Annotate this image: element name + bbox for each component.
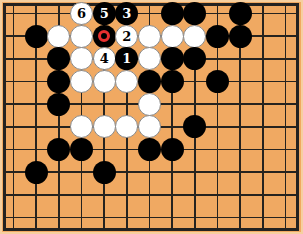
black-stone: [229, 25, 252, 48]
move-number-label: 1: [115, 47, 138, 70]
black-stone: 5: [93, 2, 116, 25]
white-stone: [70, 70, 93, 93]
white-stone: 4: [93, 47, 116, 70]
move-number-label: 5: [93, 2, 116, 25]
white-stone: [138, 93, 161, 116]
black-stone: [70, 138, 93, 161]
go-board-diagram: 653241: [0, 0, 303, 234]
black-stone: [161, 138, 184, 161]
black-stone: [138, 70, 161, 93]
white-stone: [115, 70, 138, 93]
black-stone: [47, 47, 70, 70]
black-stone: [183, 115, 206, 138]
move-number-label: 4: [94, 48, 115, 69]
black-stone: [25, 161, 48, 184]
move-number-label: 3: [115, 2, 138, 25]
white-stone: [70, 25, 93, 48]
black-stone: [183, 47, 206, 70]
black-stone: [206, 70, 229, 93]
white-stone: [115, 115, 138, 138]
black-stone: [47, 93, 70, 116]
white-stone: [93, 70, 116, 93]
move-number-label: 6: [71, 3, 92, 24]
black-stone: [161, 47, 184, 70]
white-stone: [138, 47, 161, 70]
black-stone: [25, 25, 48, 48]
black-stone: [183, 2, 206, 25]
white-stone: [70, 115, 93, 138]
black-stone: [229, 2, 252, 25]
black-stone: 1: [115, 47, 138, 70]
black-stone: [47, 138, 70, 161]
black-stone: [161, 2, 184, 25]
red-circle-marker: [98, 30, 110, 42]
white-stone: [93, 115, 116, 138]
black-stone: [206, 25, 229, 48]
white-stone: [70, 47, 93, 70]
white-stone: [138, 25, 161, 48]
white-stone: 6: [70, 2, 93, 25]
black-stone: [47, 70, 70, 93]
black-stone: [93, 25, 116, 48]
black-stone: 3: [115, 2, 138, 25]
white-stone: [47, 25, 70, 48]
black-stone: [93, 161, 116, 184]
black-stone: [138, 138, 161, 161]
white-stone: [183, 25, 206, 48]
white-stone: [138, 115, 161, 138]
white-stone: [161, 25, 184, 48]
white-stone: 2: [115, 25, 138, 48]
black-stone: [161, 70, 184, 93]
move-number-label: 2: [116, 26, 137, 47]
stones-layer: 653241: [0, 0, 303, 234]
